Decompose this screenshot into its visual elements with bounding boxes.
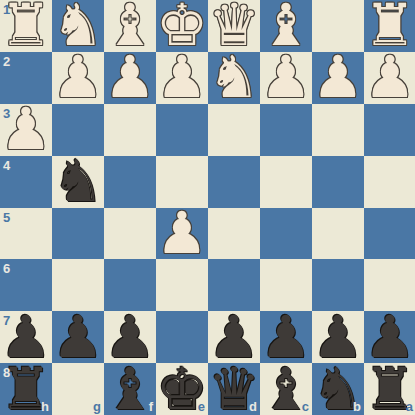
square-d4[interactable] [208,156,260,208]
black-knight-g4[interactable]: ♞ [52,156,104,207]
square-b8[interactable]: b♞ [312,363,364,415]
white-pawn-e5[interactable]: ♟ [156,208,208,259]
black-bishop-c8[interactable]: ♝ [260,364,312,415]
square-g5[interactable] [52,208,104,260]
white-knight-d2[interactable]: ♞ [208,52,260,103]
square-a4[interactable] [364,156,415,208]
square-c3[interactable] [260,104,312,156]
square-e8[interactable]: e♚ [156,363,208,415]
square-c5[interactable] [260,208,312,260]
white-rook-h1[interactable]: ♜ [0,0,52,51]
square-e3[interactable] [156,104,208,156]
square-f3[interactable] [104,104,156,156]
square-d2[interactable]: ♞ [208,52,260,104]
square-c4[interactable] [260,156,312,208]
square-h1[interactable]: 1♜ [0,0,52,52]
white-pawn-a2[interactable]: ♟ [364,52,415,103]
black-king-e8[interactable]: ♚ [156,364,208,415]
white-pawn-h3[interactable]: ♟ [0,104,52,155]
square-g2[interactable]: ♟ [52,52,104,104]
rank-label-6: 6 [3,262,10,275]
square-b5[interactable] [312,208,364,260]
square-b2[interactable]: ♟ [312,52,364,104]
square-f4[interactable] [104,156,156,208]
white-pawn-f2[interactable]: ♟ [104,52,156,103]
square-e6[interactable] [156,259,208,311]
black-knight-b8[interactable]: ♞ [312,364,364,415]
square-h5[interactable]: 5 [0,208,52,260]
square-f2[interactable]: ♟ [104,52,156,104]
square-h4[interactable]: 4 [0,156,52,208]
square-h8[interactable]: 8h♜ [0,363,52,415]
file-label-g: g [93,400,101,413]
square-b4[interactable] [312,156,364,208]
square-g4[interactable]: ♞ [52,156,104,208]
square-d5[interactable] [208,208,260,260]
black-pawn-g7[interactable]: ♟ [52,312,104,363]
white-pawn-e2[interactable]: ♟ [156,52,208,103]
square-c8[interactable]: c♝ [260,363,312,415]
white-pawn-b2[interactable]: ♟ [312,52,364,103]
black-rook-a8[interactable]: ♜ [364,364,415,415]
square-g8[interactable]: g [52,363,104,415]
square-a5[interactable] [364,208,415,260]
square-f8[interactable]: f♝ [104,363,156,415]
black-queen-d8[interactable]: ♛ [208,364,260,415]
square-a3[interactable] [364,104,415,156]
square-d8[interactable]: d♛ [208,363,260,415]
square-a2[interactable]: ♟ [364,52,415,104]
square-h3[interactable]: 3♟ [0,104,52,156]
square-e2[interactable]: ♟ [156,52,208,104]
square-g7[interactable]: ♟ [52,311,104,363]
square-f5[interactable] [104,208,156,260]
rank-label-5: 5 [3,211,10,224]
square-c2[interactable]: ♟ [260,52,312,104]
square-e5[interactable]: ♟ [156,208,208,260]
black-bishop-f8[interactable]: ♝ [104,364,156,415]
white-pawn-g2[interactable]: ♟ [52,52,104,103]
black-rook-h8[interactable]: ♜ [0,364,52,415]
white-pawn-c2[interactable]: ♟ [260,52,312,103]
square-a8[interactable]: a♜ [364,363,415,415]
square-d3[interactable] [208,104,260,156]
chess-board: 1♜♞♝♚♛♝♜2♟♟♟♞♟♟♟3♟4♞5♟67♟♟♟♟♟♟♟8h♜gf♝e♚d… [0,0,415,415]
square-b3[interactable] [312,104,364,156]
